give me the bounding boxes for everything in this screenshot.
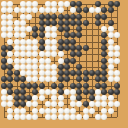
white-stone [45,76,51,82]
white-stone [20,26,26,32]
black-stone [70,51,76,57]
white-stone [1,20,7,26]
black-stone [70,58,76,64]
white-stone [70,108,76,114]
white-stone [32,95,38,101]
white-stone [20,14,26,20]
white-stone [51,108,57,114]
black-stone [83,76,89,82]
white-stone [108,51,114,57]
black-stone [101,7,107,13]
black-stone [7,64,13,70]
white-stone [14,39,20,45]
white-stone [39,64,45,70]
white-stone [45,58,51,64]
white-stone [45,7,51,13]
white-stone [14,45,20,51]
white-stone [32,51,38,57]
black-stone [83,83,89,89]
white-stone [108,26,114,32]
black-stone [58,70,64,76]
white-stone [76,114,82,120]
black-stone [20,101,26,107]
black-stone [39,26,45,32]
black-stone [7,70,13,76]
white-stone [51,39,57,45]
white-stone [7,51,13,57]
white-stone [7,26,13,32]
white-stone [14,64,20,70]
black-stone [83,101,89,107]
white-stone [14,51,20,57]
white-stone [70,89,76,95]
black-stone [101,14,107,20]
black-stone [64,76,70,82]
white-stone [51,1,57,7]
black-stone [101,64,107,70]
black-stone [39,14,45,20]
white-stone [108,39,114,45]
white-stone [108,76,114,82]
black-stone [83,20,89,26]
white-stone [95,95,101,101]
black-stone [39,39,45,45]
white-stone [51,76,57,82]
white-stone [32,58,38,64]
white-stone [51,114,57,120]
white-stone [45,70,51,76]
white-stone [26,1,32,7]
white-stone [1,89,7,95]
black-stone [83,70,89,76]
black-stone [76,83,82,89]
white-stone [26,51,32,57]
black-stone [7,45,13,51]
white-stone [45,64,51,70]
black-stone [64,26,70,32]
white-stone [45,39,51,45]
black-stone [14,70,20,76]
black-stone [114,89,120,95]
black-stone [14,101,20,107]
black-stone [70,83,76,89]
black-stone [70,39,76,45]
white-stone [108,70,114,76]
black-stone [76,89,82,95]
black-stone [89,89,95,95]
black-stone [64,39,70,45]
black-stone [76,45,82,51]
black-stone [76,7,82,13]
white-stone [108,108,114,114]
black-stone [70,45,76,51]
black-stone [101,70,107,76]
black-stone [58,14,64,20]
white-stone [51,26,57,32]
white-stone [45,114,51,120]
white-stone [51,70,57,76]
white-stone [114,45,120,51]
black-stone [64,14,70,20]
black-stone [51,14,57,20]
black-stone [51,83,57,89]
white-stone [108,101,114,107]
white-stone [39,58,45,64]
black-stone [20,89,26,95]
black-stone [51,20,57,26]
white-stone [26,14,32,20]
black-stone [70,32,76,38]
black-stone [1,64,7,70]
black-stone [32,26,38,32]
black-stone [1,83,7,89]
white-stone [1,32,7,38]
white-stone [64,1,70,7]
white-stone [114,70,120,76]
black-stone [58,20,64,26]
white-stone [32,45,38,51]
white-stone [26,39,32,45]
white-stone [1,26,7,32]
white-stone [83,114,89,120]
black-stone [32,32,38,38]
black-stone [45,20,51,26]
black-stone [101,58,107,64]
black-stone [39,83,45,89]
black-stone [45,14,51,20]
black-stone [58,83,64,89]
white-stone [1,95,7,101]
white-stone [64,89,70,95]
white-stone [39,7,45,13]
black-stone [108,20,114,26]
white-stone [45,45,51,51]
black-stone [7,83,13,89]
white-stone [39,51,45,57]
black-stone [95,20,101,26]
white-stone [26,7,32,13]
white-stone [26,64,32,70]
black-stone [95,14,101,20]
white-stone [45,51,51,57]
black-stone [76,64,82,70]
white-stone [58,7,64,13]
white-stone [58,58,64,64]
white-stone [58,114,64,120]
white-stone [51,64,57,70]
white-stone [7,1,13,7]
black-stone [39,45,45,51]
white-stone [58,95,64,101]
white-stone [51,7,57,13]
white-stone [51,101,57,107]
white-stone [45,101,51,107]
black-stone [76,32,82,38]
white-stone [7,58,13,64]
white-stone [26,26,32,32]
black-stone [101,45,107,51]
white-stone [51,95,57,101]
black-stone [58,89,64,95]
white-stone [114,101,120,107]
white-stone [20,108,26,114]
white-stone [95,7,101,13]
white-stone [14,32,20,38]
black-stone [64,70,70,76]
white-stone [20,39,26,45]
black-stone [1,45,7,51]
white-stone [20,70,26,76]
black-stone [101,89,107,95]
white-stone [20,20,26,26]
white-stone [39,89,45,95]
black-stone [20,83,26,89]
black-stone [39,20,45,26]
hoshi-point [97,60,99,62]
white-stone [45,108,51,114]
white-stone [45,1,51,7]
black-stone [20,76,26,82]
black-stone [1,58,7,64]
black-stone [32,83,38,89]
white-stone [1,14,7,20]
white-stone [32,7,38,13]
white-stone [20,114,26,120]
black-stone [26,95,32,101]
white-stone [95,89,101,95]
white-stone [95,114,101,120]
black-stone [1,76,7,82]
white-stone [64,114,70,120]
black-stone [101,32,107,38]
white-stone [1,7,7,13]
black-stone [7,89,13,95]
white-stone [108,45,114,51]
black-stone [64,64,70,70]
white-stone [39,95,45,101]
white-stone [32,64,38,70]
white-stone [20,58,26,64]
white-stone [51,51,57,57]
black-stone [64,45,70,51]
white-stone [32,70,38,76]
white-stone [45,89,51,95]
white-stone [89,7,95,13]
black-stone [95,83,101,89]
black-stone [58,45,64,51]
black-stone [114,1,120,7]
black-stone [26,83,32,89]
black-stone [76,95,82,101]
white-stone [101,101,107,107]
white-stone [114,51,120,57]
white-stone [32,108,38,114]
white-stone [114,58,120,64]
white-stone [39,108,45,114]
white-stone [108,32,114,38]
white-stone [1,101,7,107]
white-stone [7,20,13,26]
white-stone [32,1,38,7]
white-stone [26,76,32,82]
white-stone [14,108,20,114]
black-stone [64,58,70,64]
black-stone [20,95,26,101]
white-stone [76,101,82,107]
black-stone [95,76,101,82]
black-stone [83,45,89,51]
white-stone [26,101,32,107]
white-stone [108,95,114,101]
black-stone [83,7,89,13]
black-stone [89,70,95,76]
white-stone [108,64,114,70]
black-stone [76,14,82,20]
white-stone [26,45,32,51]
white-stone [45,26,51,32]
black-stone [58,26,64,32]
white-stone [14,114,20,120]
black-stone [76,26,82,32]
white-stone [114,76,120,82]
black-stone [70,1,76,7]
white-stone [32,101,38,107]
black-stone [76,51,82,57]
black-stone [14,95,20,101]
black-stone [64,20,70,26]
black-stone [108,7,114,13]
white-stone [26,58,32,64]
white-stone [114,32,120,38]
white-stone [14,20,20,26]
white-stone [58,1,64,7]
white-stone [7,32,13,38]
white-stone [51,89,57,95]
white-stone [101,95,107,101]
black-stone [108,89,114,95]
black-stone [14,89,20,95]
white-stone [58,101,64,107]
white-stone [95,101,101,107]
black-stone [76,1,82,7]
white-stone [89,108,95,114]
white-stone [70,95,76,101]
black-stone [83,89,89,95]
white-stone [20,45,26,51]
black-stone [76,70,82,76]
white-stone [7,101,13,107]
black-stone [58,39,64,45]
white-stone [45,32,51,38]
white-stone [64,108,70,114]
white-stone [108,58,114,64]
black-stone [108,1,114,7]
white-stone [101,114,107,120]
white-stone [32,39,38,45]
white-stone [70,7,76,13]
white-stone [32,114,38,120]
black-stone [89,95,95,101]
black-stone [76,76,82,82]
black-stone [101,83,107,89]
white-stone [20,1,26,7]
black-stone [7,76,13,82]
black-stone [32,89,38,95]
white-stone [101,108,107,114]
white-stone [51,45,57,51]
black-stone [14,76,20,82]
white-stone [58,108,64,114]
white-stone [20,7,26,13]
white-stone [20,51,26,57]
white-stone [32,76,38,82]
black-stone [70,14,76,20]
go-board[interactable] [0,0,128,128]
white-stone [14,7,20,13]
white-stone [14,58,20,64]
white-stone [26,114,32,120]
white-stone [39,76,45,82]
white-stone [39,70,45,76]
white-stone [58,51,64,57]
black-stone [1,51,7,57]
black-stone [58,76,64,82]
black-stone [95,1,101,7]
black-stone [101,39,107,45]
black-stone [76,20,82,26]
white-stone [7,108,13,114]
white-stone [14,26,20,32]
black-stone [101,51,107,57]
black-stone [114,83,120,89]
black-stone [101,76,107,82]
black-stone [58,64,64,70]
white-stone [7,114,13,120]
white-stone [7,95,13,101]
black-stone [95,70,101,76]
white-stone [101,26,107,32]
white-stone [51,32,57,38]
black-stone [39,32,45,38]
white-stone [1,1,7,7]
white-stone [26,70,32,76]
white-stone [7,7,13,13]
white-stone [83,108,89,114]
white-stone [70,114,76,120]
white-stone [7,14,13,20]
white-stone [89,101,95,107]
black-stone [64,32,70,38]
black-stone [70,70,76,76]
white-stone [7,39,13,45]
black-stone [70,20,76,26]
white-stone [20,64,26,70]
white-stone [70,101,76,107]
white-stone [20,32,26,38]
